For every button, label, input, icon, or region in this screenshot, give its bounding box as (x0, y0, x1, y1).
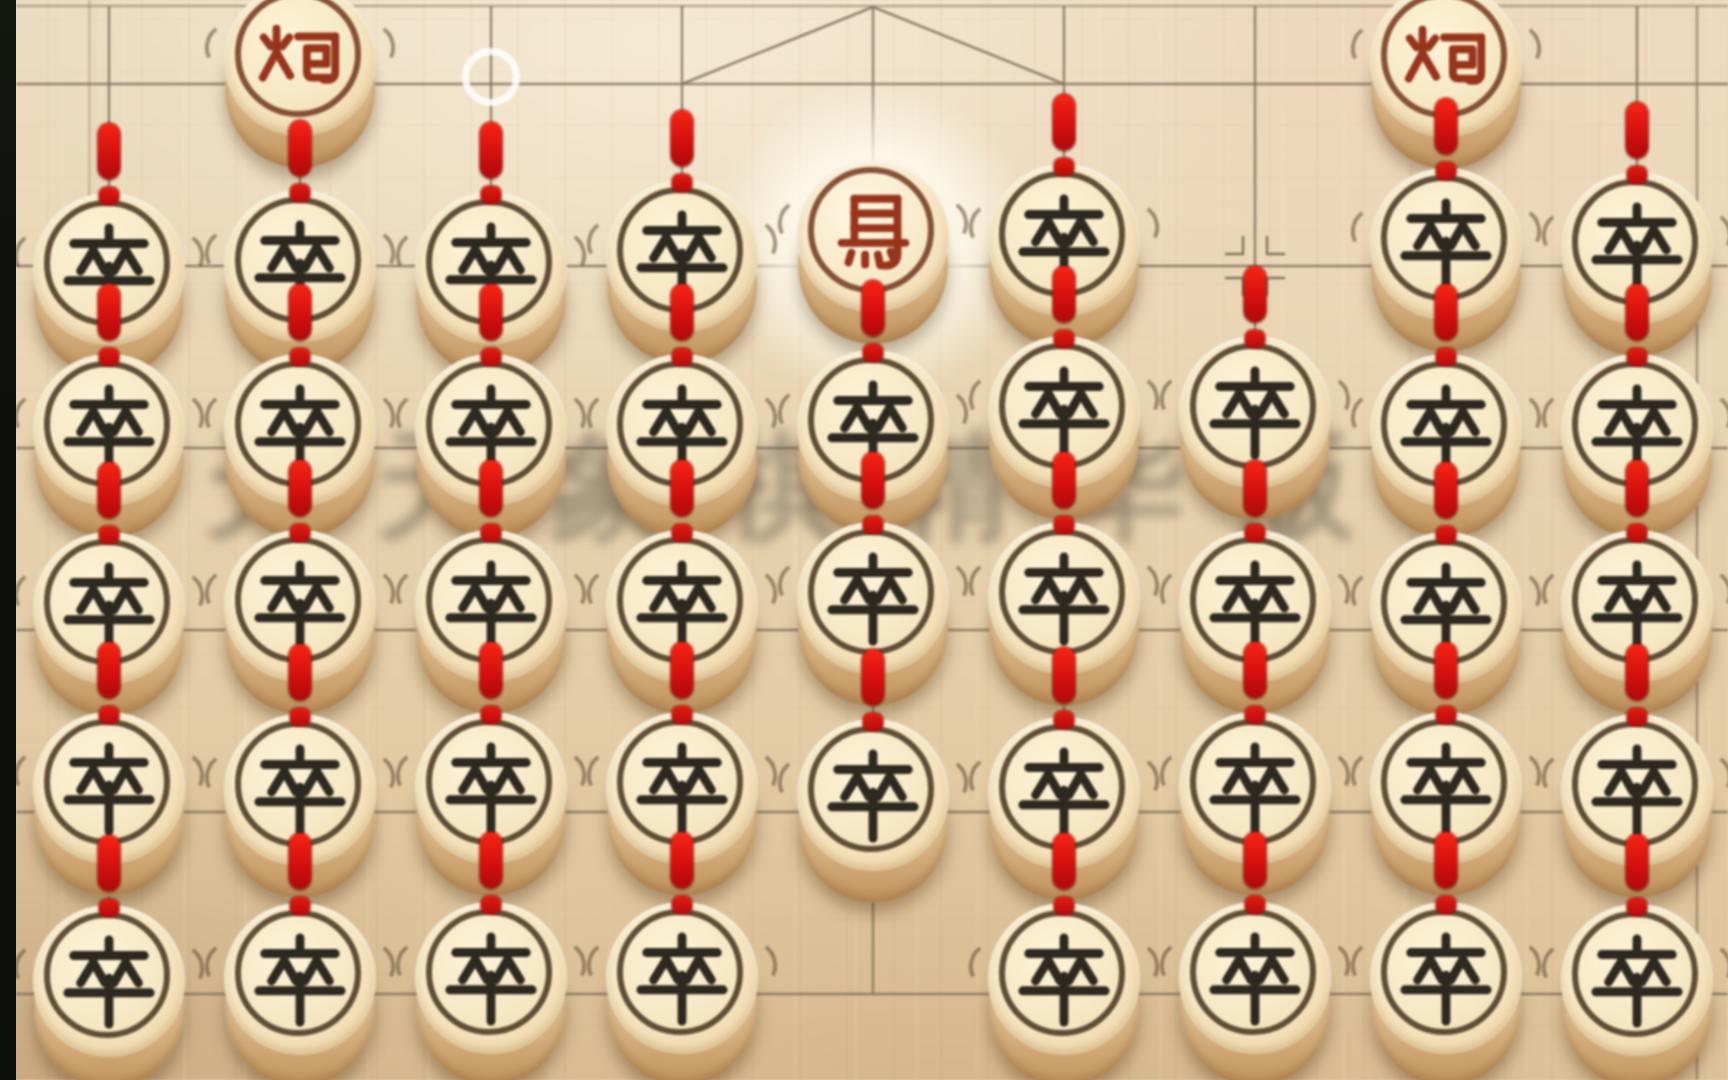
warning-ribbon-dot (1245, 330, 1265, 348)
warning-ribbon-bar (1626, 644, 1648, 700)
warning-ribbon-bar (1053, 94, 1075, 150)
piece-character-soldier (633, 557, 731, 655)
piece-character-soldier (442, 929, 540, 1027)
piece-black-soldier[interactable] (1559, 900, 1715, 1080)
point-marker (1225, 278, 1243, 296)
warning-ribbon-dot (1054, 158, 1074, 176)
piece-character-soldier (1588, 931, 1686, 1029)
warning-ribbon-bar (480, 832, 502, 888)
piece-character-soldier (1588, 741, 1686, 839)
warning-ribbon-bar (289, 284, 311, 340)
warning-ribbon-bar (1053, 452, 1075, 508)
warning-ribbon-bar (480, 122, 502, 178)
piece-character-soldier (633, 739, 731, 837)
warning-ribbon-dot (481, 896, 501, 914)
warning-ribbon-dot (1436, 706, 1456, 724)
piece-character-soldier (1015, 363, 1113, 461)
piece-character-soldier (1015, 549, 1113, 647)
warning-ribbon-dot (672, 896, 692, 914)
piece-black-soldier[interactable] (222, 899, 378, 1080)
warning-ribbon-dot (481, 186, 501, 204)
warning-ribbon-bar (1244, 460, 1266, 516)
piece-character-cannon (251, 11, 349, 109)
warning-ribbon-dot (290, 348, 310, 366)
warning-ribbon-dot (99, 899, 119, 917)
warning-ribbon-bar (289, 120, 311, 176)
piece-character-soldier (824, 549, 922, 647)
warning-ribbon-dot (1627, 708, 1647, 726)
warning-ribbon-bar (862, 280, 884, 336)
warning-ribbon-bar (1053, 647, 1075, 703)
piece-character-soldier (1397, 929, 1495, 1027)
warning-ribbon-dot (1054, 330, 1074, 348)
warning-ribbon-dot (672, 706, 692, 724)
piece-character-soldier (824, 746, 922, 844)
warning-ribbon-dot (99, 526, 119, 544)
warning-ribbon-dot (99, 706, 119, 724)
warning-ribbon-dot (1627, 524, 1647, 542)
piece-black-soldier[interactable] (31, 901, 187, 1080)
warning-ribbon-bar (1244, 266, 1266, 322)
game-screen: 天天象棋精华版 (0, 0, 1728, 1080)
warning-ribbon-dot (1436, 526, 1456, 544)
piece-character-soldier (1206, 929, 1304, 1027)
warning-ribbon-dot (1627, 166, 1647, 184)
warning-ribbon-bar (98, 123, 120, 179)
piece-black-soldier[interactable] (795, 715, 951, 907)
piece-character-soldier (1588, 199, 1686, 297)
warning-ribbon-bar (480, 642, 502, 698)
warning-ribbon-dot (290, 524, 310, 542)
warning-ribbon-bar (671, 832, 693, 888)
piece-character-soldier (60, 739, 158, 837)
warning-ribbon-dot (863, 713, 883, 731)
warning-ribbon-dot (1054, 897, 1074, 915)
warning-ribbon-dot (481, 706, 501, 724)
warning-ribbon-bar (98, 835, 120, 891)
warning-ribbon-bar (1053, 266, 1075, 322)
warning-ribbon-dot (863, 344, 883, 362)
warning-ribbon-dot (99, 187, 119, 205)
warning-ribbon-bar (862, 649, 884, 705)
board-area: 天天象棋精华版 (0, 0, 1728, 1080)
grid-line (873, 7, 1064, 84)
warning-ribbon-dot (290, 897, 310, 915)
warning-ribbon-bar (98, 284, 120, 340)
warning-ribbon-bar (1435, 98, 1457, 154)
warning-ribbon-dot (1245, 896, 1265, 914)
piece-character-soldier (251, 557, 349, 655)
piece-character-soldier (442, 557, 540, 655)
warning-ribbon-dot (481, 348, 501, 366)
warning-ribbon-bar (671, 460, 693, 516)
point-marker (1267, 278, 1285, 296)
warning-ribbon-bar (98, 642, 120, 698)
warning-ribbon-bar (671, 110, 693, 166)
warning-ribbon-dot (99, 348, 119, 366)
warning-ribbon-bar (1626, 460, 1648, 516)
piece-character-soldier (1397, 739, 1495, 837)
warning-ribbon-bar (289, 644, 311, 700)
warning-ribbon-dot (1436, 348, 1456, 366)
warning-ribbon-bar (1435, 462, 1457, 518)
warning-ribbon-bar (1626, 834, 1648, 890)
piece-character-soldier (1015, 930, 1113, 1028)
piece-black-soldier[interactable] (986, 160, 1142, 352)
warning-ribbon-bar (1244, 832, 1266, 888)
piece-character-soldier (251, 741, 349, 839)
warning-ribbon-dot (1436, 162, 1456, 180)
warning-ribbon-bar (289, 833, 311, 889)
piece-character-soldier (1206, 739, 1304, 837)
point-marker (1225, 236, 1243, 254)
warning-ribbon-bar (289, 460, 311, 516)
video-edge-bar (0, 0, 16, 1080)
warning-ribbon-dot (1245, 524, 1265, 542)
point-marker (1267, 236, 1285, 254)
warning-ribbon-dot (290, 708, 310, 726)
warning-ribbon-bar (98, 462, 120, 518)
piece-character-soldier (1588, 557, 1686, 655)
move-origin-ring (462, 48, 520, 106)
warning-ribbon-dot (1054, 516, 1074, 534)
piece-character-soldier (1206, 363, 1304, 461)
warning-ribbon-dot (672, 524, 692, 542)
warning-ribbon-dot (1627, 348, 1647, 366)
warning-ribbon-bar (1435, 284, 1457, 340)
piece-black-soldier[interactable] (604, 898, 760, 1080)
warning-ribbon-bar (480, 460, 502, 516)
warning-ribbon-bar (1626, 284, 1648, 340)
piece-character-soldier (633, 929, 731, 1027)
warning-ribbon-dot (672, 174, 692, 192)
piece-character-soldier (251, 930, 349, 1028)
piece-character-soldier (1206, 557, 1304, 655)
warning-ribbon-bar (671, 284, 693, 340)
piece-black-soldier[interactable] (1368, 898, 1524, 1080)
piece-black-soldier[interactable] (986, 899, 1142, 1080)
warning-ribbon-dot (863, 516, 883, 534)
warning-ribbon-dot (1436, 896, 1456, 914)
piece-character-horse (824, 187, 922, 285)
warning-ribbon-dot (290, 184, 310, 202)
warning-ribbon-dot (1245, 706, 1265, 724)
warning-ribbon-dot (481, 524, 501, 542)
warning-ribbon-bar (1053, 833, 1075, 889)
warning-ribbon-dot (1054, 711, 1074, 729)
warning-ribbon-bar (1626, 102, 1648, 158)
warning-ribbon-bar (1244, 642, 1266, 698)
piece-character-soldier (442, 739, 540, 837)
piece-character-soldier (1397, 195, 1495, 293)
piece-character-soldier (60, 932, 158, 1030)
grid-line (682, 7, 873, 84)
warning-ribbon-dot (672, 348, 692, 366)
warning-ribbon-bar (1435, 832, 1457, 888)
warning-ribbon-bar (1435, 642, 1457, 698)
piece-character-cannon (1397, 12, 1495, 110)
piece-black-soldier[interactable] (1177, 898, 1333, 1080)
piece-character-soldier (1015, 744, 1113, 842)
warning-ribbon-dot (1627, 898, 1647, 916)
piece-black-soldier[interactable] (795, 346, 951, 538)
warning-ribbon-bar (671, 642, 693, 698)
warning-ribbon-bar (862, 452, 884, 508)
warning-ribbon-bar (480, 284, 502, 340)
piece-black-soldier[interactable] (413, 898, 569, 1080)
